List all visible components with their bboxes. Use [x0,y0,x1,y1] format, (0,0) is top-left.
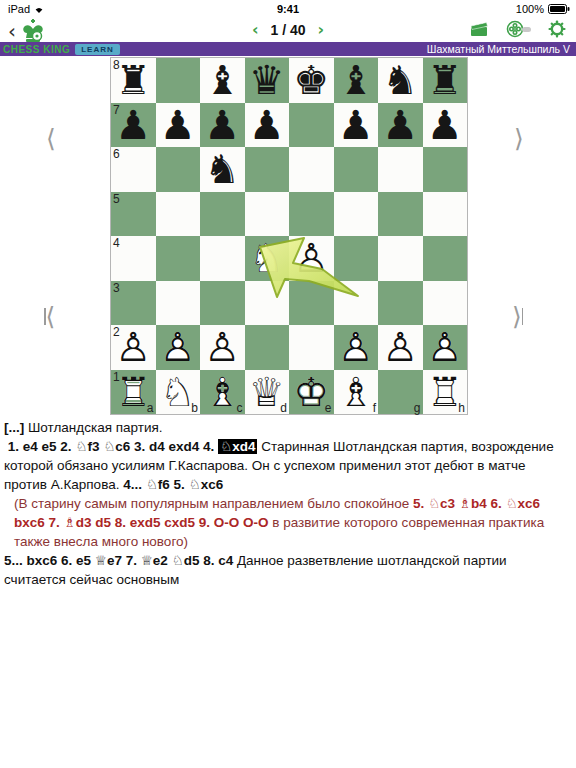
white-piece-fill: ♜ [111,370,156,415]
annotation-paragraph: [...] Шотландская партия. [0,418,572,437]
file-label: c [237,401,243,415]
white-piece-fill: ♟ [334,325,379,370]
white-queen-piece: ♕ [245,370,290,415]
white-piece-fill: ♟ [289,236,334,281]
annotation-paragraph: (В старину самым популярным направлением… [0,494,572,551]
square-b4[interactable] [156,236,201,281]
prev-page-button[interactable]: ‹ [252,20,259,39]
brand-name: CHESS KING [3,44,70,55]
move-text[interactable]: 4... ♘f6 5. ♘xc6 [123,477,223,492]
white-king-piece: ♔ [289,370,334,415]
black-knight-piece: ♞ [200,147,245,192]
square-b7[interactable]: ♟ [156,103,201,148]
black-pawn-piece: ♟ [423,103,468,148]
square-a3[interactable]: 3 [111,281,156,326]
skip-to-start-button[interactable]: ⟨ [44,304,55,329]
move-text[interactable]: [...] [4,420,24,435]
square-b8[interactable] [156,58,201,103]
rank-label: 7 [113,103,120,117]
white-piece-fill: ♞ [156,370,201,415]
square-h7[interactable]: ♟ [423,103,468,148]
square-h8[interactable]: ♜ [423,58,468,103]
rank-label: 1 [113,370,120,384]
clapperboard-icon[interactable] [470,20,490,38]
comment-text: Шотландская партия. [24,420,162,435]
square-c5[interactable] [200,192,245,237]
square-g8[interactable]: ♞ [378,58,423,103]
square-g1[interactable]: g [378,370,423,415]
square-c1[interactable]: c♝♗ [200,370,245,415]
rank-label: 6 [113,147,120,161]
battery-icon [548,4,570,14]
rank-label: 4 [113,236,120,250]
square-c8[interactable]: ♝ [200,58,245,103]
file-label: f [373,401,376,415]
app-header: CHESS KING LEARN Шахматный Миттельшпиль … [0,42,576,56]
clock: 9:41 [0,3,576,15]
white-pawn-piece: ♙ [111,325,156,370]
square-f3[interactable] [334,281,379,326]
square-e1[interactable]: e♚♔ [289,370,334,415]
white-piece-fill: ♛ [245,370,290,415]
white-piece-fill: ♜ [423,370,468,415]
brand-logo: CHESS KING LEARN [0,44,120,55]
square-f6[interactable] [334,147,379,192]
file-label: e [325,401,332,415]
square-d5[interactable] [245,192,290,237]
square-h1[interactable]: h♜♖ [423,370,468,415]
square-a1[interactable]: 1a♜♖ [111,370,156,415]
white-pawn-piece: ♙ [200,325,245,370]
white-piece-fill: ♟ [156,325,201,370]
move-text[interactable]: 1. e4 e5 2. ♘f3 ♘c6 3. d4 exd4 4. [4,439,218,454]
square-e2[interactable] [289,325,334,370]
white-rook-piece: ♖ [423,370,468,415]
square-h5[interactable] [423,192,468,237]
white-pawn-piece: ♙ [378,325,423,370]
square-d8[interactable]: ♛ [245,58,290,103]
square-f5[interactable] [334,192,379,237]
square-a6[interactable]: 6 [111,147,156,192]
white-piece-fill: ♟ [423,325,468,370]
rank-label: 3 [113,281,120,295]
white-pawn-piece: ♙ [334,325,379,370]
prev-move-button[interactable]: ⟨ [46,126,56,151]
square-e6[interactable] [289,147,334,192]
black-pawn-piece: ♟ [156,103,201,148]
black-pawn-piece: ♟ [245,103,290,148]
square-g6[interactable] [378,147,423,192]
square-c7[interactable]: ♟ [200,103,245,148]
square-g3[interactable] [378,281,423,326]
black-pawn-piece: ♟ [111,103,156,148]
square-f4[interactable] [334,236,379,281]
square-e4[interactable]: ♟♙ [289,236,334,281]
square-e7[interactable] [289,103,334,148]
square-c6[interactable]: ♞ [200,147,245,192]
white-knight-piece: ♘ [156,370,201,415]
square-d6[interactable] [245,147,290,192]
square-c4[interactable] [200,236,245,281]
square-a7[interactable]: 7♟ [111,103,156,148]
move-text[interactable]: 5... bxc6 6. e5 ♕e7 7. ♕e2 ♘d5 8. c4 [4,553,237,568]
square-g5[interactable] [378,192,423,237]
white-piece-fill: ♝ [200,370,245,415]
square-h3[interactable] [423,281,468,326]
toolbar: ‹ ‹ 1 / 40 › [0,18,576,42]
next-move-button[interactable]: ⟩ [514,126,524,151]
square-a2[interactable]: 2♟♙ [111,325,156,370]
white-bishop-piece: ♗ [334,370,379,415]
square-a8[interactable]: 8♜ [111,58,156,103]
black-pawn-piece: ♟ [378,103,423,148]
rank-label: 8 [113,58,120,72]
annotation-paragraph: 5... bxc6 6. e5 ♕e7 7. ♕e2 ♘d5 8. c4 Дан… [0,551,572,589]
white-knight-piece: ♘ [245,236,290,281]
square-d4[interactable]: ♞♘ [245,236,290,281]
file-label: h [458,401,465,415]
black-bishop-piece: ♝ [334,58,379,103]
white-piece-fill: ♞ [245,236,290,281]
square-f1[interactable]: f♝♗ [334,370,379,415]
white-pawn-piece: ♙ [289,236,334,281]
square-b1[interactable]: b♞♘ [156,370,201,415]
white-bishop-piece: ♗ [200,370,245,415]
square-f7[interactable]: ♟ [334,103,379,148]
square-e8[interactable]: ♚ [289,58,334,103]
square-a4[interactable]: 4 [111,236,156,281]
black-pawn-piece: ♟ [200,103,245,148]
square-e5[interactable] [289,192,334,237]
battery-percent: 100% [516,3,544,15]
chess-board[interactable]: 8♜♝♛♚♝♞♜7♟♟♟♟♟♟♟6♞54♞♘♟♙32♟♙♟♙♟♙♟♙♟♙♟♙1a… [110,57,468,415]
square-e3[interactable] [289,281,334,326]
next-page-button[interactable]: › [318,20,325,39]
square-f2[interactable]: ♟♙ [334,325,379,370]
square-d7[interactable]: ♟ [245,103,290,148]
square-c2[interactable]: ♟♙ [200,325,245,370]
black-rook-piece: ♜ [423,58,468,103]
black-king-piece: ♚ [289,58,334,103]
white-pawn-piece: ♙ [423,325,468,370]
white-piece-fill: ♟ [200,325,245,370]
white-piece-fill: ♝ [334,370,379,415]
file-label: d [280,401,287,415]
black-knight-piece: ♞ [378,58,423,103]
annotation-paragraph: 1. e4 e5 2. ♘f3 ♘c6 3. d4 exd4 4. ♘xd4 С… [0,437,572,494]
course-title: Шахматный Миттельшпиль V [427,43,576,55]
square-a5[interactable]: 5 [111,192,156,237]
white-piece-fill: ♟ [111,325,156,370]
movie-autoplay-toggle-icon[interactable] [506,20,532,38]
square-g4[interactable] [378,236,423,281]
square-h2[interactable]: ♟♙ [423,325,468,370]
square-g2[interactable]: ♟♙ [378,325,423,370]
black-bishop-piece: ♝ [200,58,245,103]
rank-label: 5 [113,192,120,206]
square-c3[interactable] [200,281,245,326]
white-rook-piece: ♖ [111,370,156,415]
black-queen-piece: ♛ [245,58,290,103]
square-b5[interactable] [156,192,201,237]
comment-text: (В старину самым популярным направлением… [14,496,413,511]
square-b2[interactable]: ♟♙ [156,325,201,370]
square-h6[interactable] [423,147,468,192]
settings-gear-icon[interactable] [548,20,566,38]
square-h4[interactable] [423,236,468,281]
white-piece-fill: ♟ [378,325,423,370]
page-counter: 1 / 40 [270,22,305,38]
rank-label: 2 [113,325,120,339]
file-label: b [191,401,198,415]
square-d1[interactable]: d♛♕ [245,370,290,415]
square-b6[interactable] [156,147,201,192]
move-text[interactable]: ♘xd4 [218,439,257,454]
file-label: g [414,401,421,415]
black-rook-piece: ♜ [111,58,156,103]
square-d3[interactable] [245,281,290,326]
square-f8[interactable]: ♝ [334,58,379,103]
square-b3[interactable] [156,281,201,326]
white-piece-fill: ♚ [289,370,334,415]
black-pawn-piece: ♟ [334,103,379,148]
white-pawn-piece: ♙ [156,325,201,370]
skip-to-end-button[interactable]: ⟩ [512,304,523,329]
square-d2[interactable] [245,325,290,370]
brand-badge: LEARN [75,44,120,55]
square-g7[interactable]: ♟ [378,103,423,148]
file-label: a [147,401,154,415]
status-bar: iPad 9:41 100% [0,0,576,18]
commentary-panel: [...] Шотландская партия. 1. e4 e5 2. ♘f… [0,418,572,589]
